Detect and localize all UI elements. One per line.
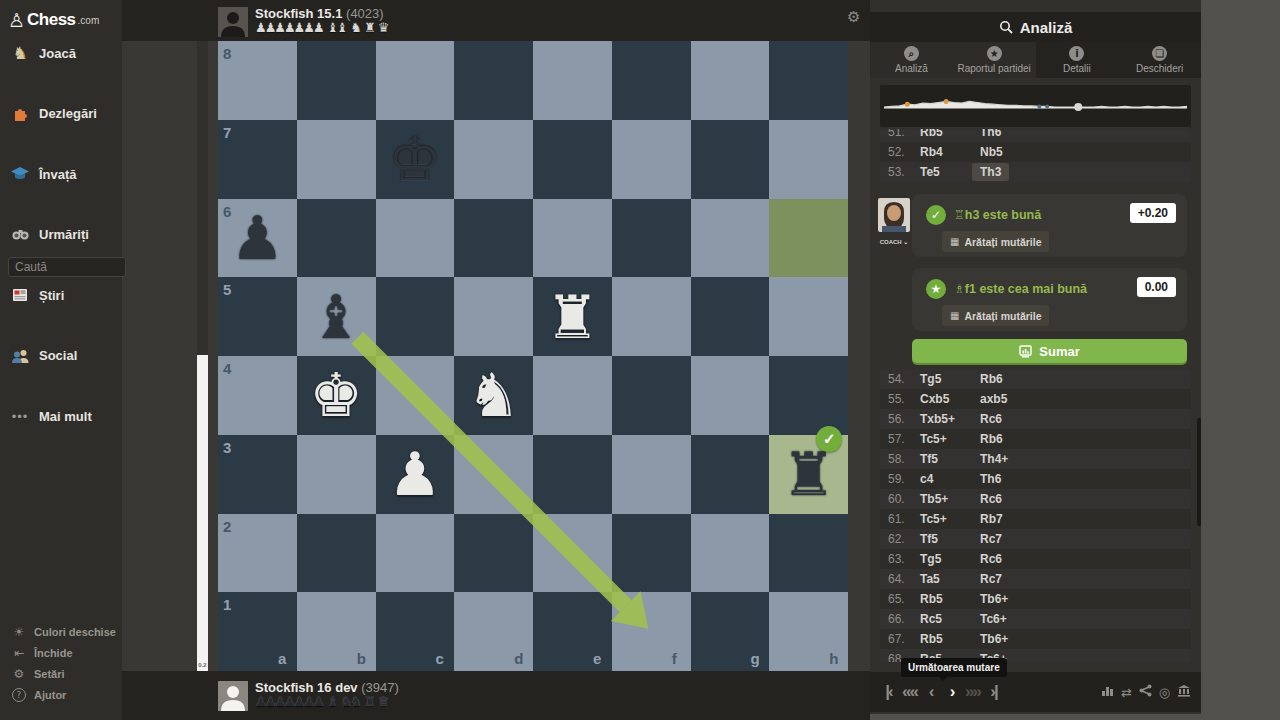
move-black[interactable]: Rb6 bbox=[980, 432, 1003, 446]
coach-label: COACH ⌄ bbox=[876, 238, 912, 245]
tab-label: Raportul partidei bbox=[957, 63, 1030, 74]
move-black[interactable]: Rc7 bbox=[980, 572, 1002, 586]
back-button[interactable]: ‹ bbox=[920, 682, 941, 702]
square-g8[interactable] bbox=[691, 41, 770, 120]
square-h4[interactable] bbox=[769, 356, 848, 435]
file-label-g: g bbox=[751, 650, 760, 667]
eval-badge: +0.20 bbox=[1130, 203, 1176, 223]
square-g4[interactable] bbox=[691, 356, 770, 435]
square-h8[interactable] bbox=[769, 41, 848, 120]
move-list-main: 54.Tg5Rb655.Cxb5axb556.Txb5+Rc657.Tc5+Rb… bbox=[870, 369, 1201, 662]
bottom-player-name[interactable]: Stockfish 16 dev (3947) bbox=[255, 681, 399, 695]
coach-card-best-move: ★ ♗f1 este cea mai bună 0.00 ▦ Arătați m… bbox=[912, 268, 1187, 331]
square-g6[interactable] bbox=[691, 199, 770, 278]
white-rook-e5[interactable]: ♜ bbox=[533, 277, 612, 356]
sidebar-item-label: Joacă bbox=[39, 46, 76, 61]
logo-text: Chess bbox=[27, 10, 76, 30]
move-row-51: 51.Rb5Th6 bbox=[880, 129, 1191, 142]
puzzle-icon bbox=[10, 104, 30, 124]
move-black[interactable]: Rb7 bbox=[980, 512, 1003, 526]
newspaper-icon bbox=[10, 285, 30, 305]
evaluation-bar: 0.2 bbox=[197, 41, 208, 671]
square-h6[interactable] bbox=[769, 199, 848, 278]
square-g3[interactable] bbox=[691, 435, 770, 514]
pawn-logo-icon: ♙ bbox=[8, 9, 25, 31]
white-knight-d4[interactable]: ♞ bbox=[454, 356, 533, 435]
move-row-67: 67.Rb5Tb6+ bbox=[880, 629, 1191, 649]
chart-bars-icon[interactable] bbox=[1098, 684, 1117, 700]
top-player-captured-pieces: ♟♟♟♟♟♟♟ ♝♝ ♞ ♜ ♛ bbox=[255, 21, 387, 35]
move-white[interactable]: Tg5 bbox=[920, 372, 941, 386]
square-f8[interactable] bbox=[612, 41, 691, 120]
next-move-tooltip: Următoarea mutare bbox=[901, 658, 1007, 677]
square-c8[interactable] bbox=[376, 41, 455, 120]
evaluation-bar-value: 0.2 bbox=[197, 662, 208, 668]
move-list-top: 51.Rb5Th652.Rb4Nb553.Te5Th3 bbox=[870, 129, 1201, 191]
move-white[interactable]: Tc5+ bbox=[920, 432, 947, 446]
move-black[interactable]: Th6 bbox=[980, 472, 1001, 486]
coach-card-text: ♗f1 este cea mai bună bbox=[954, 282, 1087, 296]
white-pawn-c3[interactable]: ♟ bbox=[376, 435, 455, 514]
square-d8[interactable] bbox=[454, 41, 533, 120]
next-move-button[interactable]: › bbox=[941, 682, 962, 702]
panel-title: Analiză bbox=[1020, 19, 1073, 36]
square-g7[interactable] bbox=[691, 120, 770, 199]
move-black[interactable]: Rc6 bbox=[980, 412, 1002, 426]
dots-icon: ••• bbox=[10, 406, 30, 426]
move-row-53: 53.Te5Th3 bbox=[880, 162, 1191, 182]
sidebar-item-label: Mai mult bbox=[39, 409, 92, 424]
move-number: 58. bbox=[888, 452, 905, 466]
bottom-player-bar: Stockfish 16 dev (3947) ♟♟♟♟♟♟♟ ♝ ♞♞ ♜ ♛ bbox=[218, 681, 399, 711]
sidebar-item--nva-[interactable]: Învață bbox=[0, 159, 122, 189]
mini-board-icon: ▦ bbox=[950, 310, 959, 321]
summary-button[interactable]: Sumar bbox=[912, 339, 1187, 363]
square-f7[interactable] bbox=[612, 120, 691, 199]
search-input[interactable] bbox=[8, 257, 126, 277]
top-player-rating: (4023) bbox=[346, 6, 384, 21]
move-black[interactable]: Tb6+ bbox=[980, 592, 1008, 606]
rank-label-1: 1 bbox=[223, 596, 231, 613]
top-player-avatar[interactable] bbox=[218, 7, 248, 37]
book-icon: ❏ bbox=[1152, 46, 1167, 61]
move-white[interactable]: Tf5 bbox=[920, 532, 938, 546]
move-number: 63. bbox=[888, 552, 905, 566]
move-row-58: 58.Tf5Th4+ bbox=[880, 449, 1191, 469]
sidebar-item-label: Urmăriți bbox=[39, 227, 89, 242]
gear-icon: ⚙ bbox=[12, 667, 26, 681]
move-row-63: 63.Tg5Rc6 bbox=[880, 549, 1191, 569]
square-d7[interactable] bbox=[454, 120, 533, 199]
tab-label: Analiză bbox=[895, 63, 928, 74]
sidebar-footer--nchide[interactable]: ⇤Închide bbox=[0, 642, 122, 663]
file-label-c: c bbox=[436, 650, 444, 667]
rank-label-3: 3 bbox=[223, 439, 231, 456]
square-b2[interactable] bbox=[297, 514, 376, 593]
square-f3[interactable] bbox=[612, 435, 691, 514]
square-f2[interactable] bbox=[612, 514, 691, 593]
move-black[interactable]: Rc7 bbox=[980, 532, 1002, 546]
move-white[interactable]: Ta5 bbox=[920, 572, 940, 586]
coach-avatar bbox=[878, 198, 910, 232]
scrollbar-thumb[interactable] bbox=[1197, 418, 1201, 526]
tab-raportul-partidei[interactable]: ★Raportul partidei bbox=[953, 42, 1036, 78]
move-row-65: 65.Rb5Tb6+ bbox=[880, 589, 1191, 609]
move-number: 55. bbox=[888, 392, 905, 406]
flip-board-icon[interactable]: ⇄ bbox=[1117, 685, 1136, 700]
bottom-player-captured-pieces: ♟♟♟♟♟♟♟ ♝ ♞♞ ♜ ♛ bbox=[255, 695, 399, 709]
tab-analiz-[interactable]: ⌕Analiză bbox=[870, 42, 953, 78]
sidebar-footer-culori-deschise[interactable]: ☀Culori deschise bbox=[0, 621, 122, 642]
check-icon: ✓ bbox=[926, 205, 946, 225]
rank-label-5: 5 bbox=[223, 281, 231, 298]
square-d5[interactable] bbox=[454, 277, 533, 356]
square-b6[interactable] bbox=[297, 199, 376, 278]
bottom-player-avatar[interactable] bbox=[218, 681, 248, 711]
eval-badge: 0.00 bbox=[1137, 277, 1176, 297]
square-c6[interactable] bbox=[376, 199, 455, 278]
chesscom-logo[interactable]: ♙ Chess .com bbox=[8, 9, 99, 31]
sidebar-item-joac-[interactable]: ♞Joacă bbox=[0, 38, 122, 68]
knight-icon: ♞ bbox=[10, 43, 30, 63]
sidebar-item--tiri[interactable]: Știri bbox=[0, 280, 122, 310]
move-white[interactable]: c4 bbox=[920, 472, 933, 486]
evaluation-graph[interactable] bbox=[880, 85, 1191, 127]
fast-back-button[interactable]: «« bbox=[899, 682, 920, 702]
file-label-f: f bbox=[672, 650, 677, 667]
move-number: 51. bbox=[888, 129, 905, 139]
first-move-button[interactable]: |‹ bbox=[878, 682, 899, 702]
help-icon: ? bbox=[12, 688, 26, 702]
square-e8[interactable] bbox=[533, 41, 612, 120]
square-f1[interactable] bbox=[612, 592, 691, 671]
rank-label-8: 8 bbox=[223, 45, 231, 62]
square-d2[interactable] bbox=[454, 514, 533, 593]
top-player-bar: Stockfish 15.1 (4023) ♟♟♟♟♟♟♟ ♝♝ ♞ ♜ ♛ bbox=[218, 7, 387, 37]
square-f5[interactable] bbox=[612, 277, 691, 356]
sidebar-footer-label: Ajutor bbox=[34, 689, 66, 701]
move-number: 62. bbox=[888, 532, 905, 546]
move-black[interactable]: Rb6 bbox=[980, 372, 1003, 386]
square-d6[interactable] bbox=[454, 199, 533, 278]
collapse-icon: ⇤ bbox=[12, 646, 26, 660]
move-number: 66. bbox=[888, 612, 905, 626]
magnifier-icon: ⌕ bbox=[904, 46, 919, 61]
square-f6[interactable] bbox=[612, 199, 691, 278]
file-label-b: b bbox=[357, 650, 366, 667]
move-black[interactable]: Th6 bbox=[980, 129, 1001, 139]
file-label-h: h bbox=[829, 650, 838, 667]
sidebar: ♙ Chess .com ♞JoacăDezlegăriÎnvațăUrmări… bbox=[0, 0, 122, 720]
move-black[interactable]: Rc6 bbox=[980, 492, 1002, 506]
fast-forward-button[interactable]: »» bbox=[962, 682, 983, 702]
star-icon: ★ bbox=[987, 46, 1002, 61]
move-white[interactable]: Rb4 bbox=[920, 145, 943, 159]
square-b3[interactable] bbox=[297, 435, 376, 514]
move-row-66: 66.Rc5Tc6+ bbox=[880, 609, 1191, 629]
move-white[interactable]: Rb5 bbox=[920, 632, 943, 646]
magnifier-icon bbox=[999, 20, 1013, 34]
square-b7[interactable] bbox=[297, 120, 376, 199]
move-row-56: 56.Txb5+Rc6 bbox=[880, 409, 1191, 429]
show-moves-button[interactable]: ▦ Arătați mutările bbox=[942, 305, 1049, 326]
square-c2[interactable] bbox=[376, 514, 455, 593]
bishop-icon: ♗ bbox=[954, 282, 965, 296]
move-row-62: 62.Tf5Rc7 bbox=[880, 529, 1191, 549]
sun-icon: ☀ bbox=[12, 625, 26, 639]
move-black[interactable]: Rc6 bbox=[980, 552, 1002, 566]
move-row-55: 55.Cxb5axb5 bbox=[880, 389, 1191, 409]
tab-detalii[interactable]: iDetalii bbox=[1036, 42, 1119, 78]
move-row-60: 60.Tb5+Rc6 bbox=[880, 489, 1191, 509]
move-number: 52. bbox=[888, 145, 905, 159]
white-king-b4[interactable]: ♚ bbox=[297, 356, 376, 435]
file-label-a: a bbox=[278, 650, 286, 667]
board-settings-gear-icon[interactable]: ⚙ bbox=[847, 8, 865, 26]
move-row-64: 64.Ta5Rc7 bbox=[880, 569, 1191, 589]
best-move-star-icon: ★ bbox=[926, 279, 946, 299]
sidebar-footer-ajutor[interactable]: ?Ajutor bbox=[0, 684, 122, 705]
move-black[interactable]: Th4+ bbox=[980, 452, 1008, 466]
bottom-player-rating: (3947) bbox=[361, 680, 399, 695]
black-king-c7[interactable]: ♚ bbox=[376, 120, 455, 199]
sidebar-item-mai-mult[interactable]: •••Mai mult bbox=[0, 401, 122, 431]
board: 87654321abcdefgh♚♟♝♜♚♞♟♜✓ bbox=[218, 41, 848, 671]
report-icon bbox=[1019, 345, 1032, 358]
square-e3[interactable] bbox=[533, 435, 612, 514]
sidebar-footer-set-ri[interactable]: ⚙Setări bbox=[0, 663, 122, 684]
panel-tabs: ⌕Analiză★Raportul partideiiDetalii❏Desch… bbox=[870, 42, 1201, 78]
people-icon bbox=[10, 346, 30, 366]
coach-card-text: ♖h3 este bună bbox=[954, 208, 1041, 222]
sidebar-item-social[interactable]: Social bbox=[0, 341, 122, 371]
square-b8[interactable] bbox=[297, 41, 376, 120]
move-white[interactable]: Rb5 bbox=[920, 129, 943, 139]
show-moves-button[interactable]: ▦ Arătați mutările bbox=[942, 231, 1049, 252]
move-black[interactable]: Tc6+ bbox=[980, 612, 1007, 626]
square-h2[interactable] bbox=[769, 514, 848, 593]
move-black[interactable]: Nb5 bbox=[980, 145, 1003, 159]
sidebar-item-label: Dezlegări bbox=[39, 106, 97, 121]
move-row-54: 54.Tg5Rb6 bbox=[880, 369, 1191, 389]
rank-label-7: 7 bbox=[223, 124, 231, 141]
move-white[interactable]: Tb5+ bbox=[920, 492, 948, 506]
tab-deschideri[interactable]: ❏Deschideri bbox=[1118, 42, 1201, 78]
sidebar-footer-label: Închide bbox=[34, 647, 73, 659]
move-black[interactable]: Th3 bbox=[972, 163, 1009, 181]
move-white[interactable]: Rc5 bbox=[920, 612, 942, 626]
move-row-57: 57.Tc5+Rb6 bbox=[880, 429, 1191, 449]
black-pawn-a6[interactable]: ♟ bbox=[218, 199, 297, 278]
move-white[interactable]: Rb5 bbox=[920, 592, 943, 606]
sidebar-item-label: Învață bbox=[39, 167, 77, 182]
move-row-61: 61.Tc5+Rb7 bbox=[880, 509, 1191, 529]
rank-label-2: 2 bbox=[223, 518, 231, 535]
sidebar-item-dezleg-ri[interactable]: Dezlegări bbox=[0, 99, 122, 129]
move-white[interactable]: Te5 bbox=[920, 165, 940, 179]
square-e7[interactable] bbox=[533, 120, 612, 199]
square-g2[interactable] bbox=[691, 514, 770, 593]
square-h7[interactable] bbox=[769, 120, 848, 199]
analysis-panel: Analiză ⌕Analiză★Raportul partideiiDetal… bbox=[870, 0, 1201, 714]
rook-icon: ♖ bbox=[954, 208, 965, 222]
rank-label-4: 4 bbox=[223, 360, 231, 377]
mini-board-icon: ▦ bbox=[950, 236, 959, 247]
file-label-e: e bbox=[593, 650, 601, 667]
move-white[interactable]: Cxb5 bbox=[920, 392, 949, 406]
move-number: 64. bbox=[888, 572, 905, 586]
square-c5[interactable] bbox=[376, 277, 455, 356]
move-black[interactable]: axb5 bbox=[980, 392, 1007, 406]
square-d3[interactable] bbox=[454, 435, 533, 514]
file-label-d: d bbox=[514, 650, 523, 667]
sidebar-item-label: Social bbox=[39, 348, 77, 363]
share-icon[interactable] bbox=[1136, 684, 1155, 700]
tab-label: Detalii bbox=[1063, 63, 1091, 74]
move-number: 65. bbox=[888, 592, 905, 606]
good-move-check-badge: ✓ bbox=[816, 426, 842, 452]
move-row-52: 52.Rb4Nb5 bbox=[880, 142, 1191, 162]
last-move-button[interactable]: ›| bbox=[983, 682, 1004, 702]
graduation-cap-icon bbox=[10, 164, 30, 184]
move-number: 56. bbox=[888, 412, 905, 426]
move-number: 57. bbox=[888, 432, 905, 446]
move-number: 54. bbox=[888, 372, 905, 386]
move-number: 53. bbox=[888, 165, 905, 179]
tab-label: Deschideri bbox=[1136, 63, 1183, 74]
move-number: 60. bbox=[888, 492, 905, 506]
logo-suffix: .com bbox=[78, 15, 100, 26]
move-black[interactable]: Tb6+ bbox=[980, 632, 1008, 646]
move-white[interactable]: Tg5 bbox=[920, 552, 941, 566]
panel-header: Analiză bbox=[870, 12, 1201, 42]
tooltip-arrow bbox=[939, 677, 947, 681]
coach-card-played-move: ✓ ♖h3 este bună +0.20 ▦ Arătați mutările bbox=[912, 194, 1187, 257]
top-player-name[interactable]: Stockfish 15.1 (4023) bbox=[255, 7, 387, 21]
move-number: 67. bbox=[888, 632, 905, 646]
coach-avatar-block[interactable]: COACH ⌄ bbox=[876, 198, 912, 245]
black-bishop-b5[interactable]: ♝ bbox=[297, 277, 376, 356]
info-icon: i bbox=[1069, 46, 1084, 61]
sidebar-footer-label: Culori deschise bbox=[34, 626, 116, 638]
sidebar-item-label: Știri bbox=[39, 288, 64, 303]
move-white[interactable]: Tc5+ bbox=[920, 512, 947, 526]
sidebar-item-urm-ri-i[interactable]: Urmăriți bbox=[0, 220, 122, 250]
move-white[interactable]: Txb5+ bbox=[920, 412, 955, 426]
square-e4[interactable] bbox=[533, 356, 612, 435]
focus-icon[interactable]: ◎ bbox=[1155, 685, 1174, 700]
evaluation-bar-white bbox=[197, 355, 208, 671]
square-c4[interactable] bbox=[376, 356, 455, 435]
move-navigation-bar: |‹ «« ‹ › »» ›| ⇄ ◎ bbox=[870, 672, 1201, 712]
square-e6[interactable] bbox=[533, 199, 612, 278]
binoculars-icon bbox=[10, 225, 30, 245]
sidebar-footer-label: Setări bbox=[34, 668, 65, 680]
move-number: 59. bbox=[888, 472, 905, 486]
square-e2[interactable] bbox=[533, 514, 612, 593]
move-number: 61. bbox=[888, 512, 905, 526]
move-white[interactable]: Tf5 bbox=[920, 452, 938, 466]
move-row-59: 59.c4Th6 bbox=[880, 469, 1191, 489]
square-f4[interactable] bbox=[612, 356, 691, 435]
square-h5[interactable] bbox=[769, 277, 848, 356]
square-g5[interactable] bbox=[691, 277, 770, 356]
library-icon[interactable] bbox=[1174, 684, 1193, 700]
